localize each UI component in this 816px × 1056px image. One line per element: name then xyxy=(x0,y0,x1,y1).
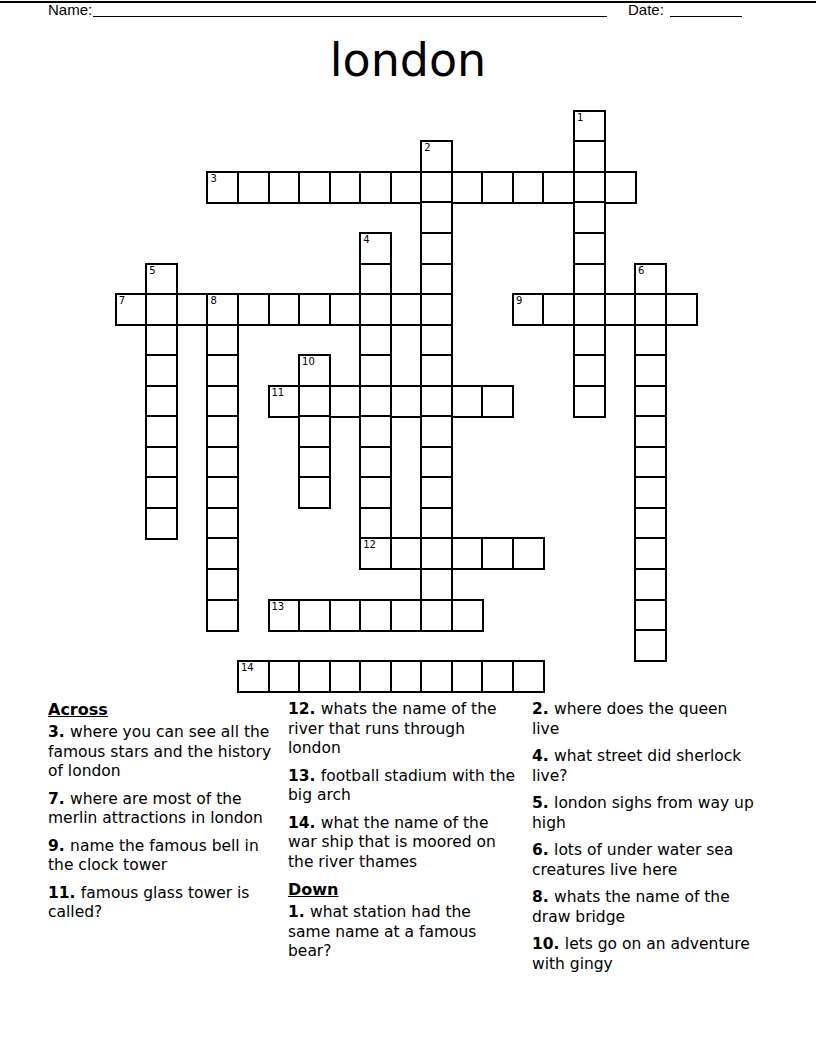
clue-13-across: 13. football stadium with the big arch xyxy=(288,767,516,806)
grid-cell-r7c3[interactable] xyxy=(206,324,239,357)
grid-cell-r7c17[interactable] xyxy=(634,324,667,357)
grid-cell-r4c15[interactable] xyxy=(573,232,606,265)
clue-column-1: Across3. where you can see all the famou… xyxy=(48,700,288,982)
clue-9-across: 9. name the famous bell in the clock tow… xyxy=(48,837,274,876)
grid-cell-r11c3[interactable] xyxy=(206,446,239,479)
clue-number: 8. xyxy=(532,888,554,906)
clue-14-across: 14. what the name of the war ship that i… xyxy=(288,814,516,873)
grid-cell-r8c3[interactable] xyxy=(206,354,239,387)
clue-6-down: 6. lots of under water sea creatures liv… xyxy=(532,841,758,880)
grid-cell-r9c15[interactable] xyxy=(573,385,606,418)
clue-number: 5. xyxy=(532,794,554,812)
clue-area: Across3. where you can see all the famou… xyxy=(48,700,764,982)
grid-cell-r2c11[interactable] xyxy=(451,171,484,204)
grid-cell-r18c7[interactable] xyxy=(329,660,362,693)
grid-cell-r15c3[interactable] xyxy=(206,568,239,601)
grid-cell-r6c18[interactable] xyxy=(665,293,698,326)
grid-cell-r8c15[interactable] xyxy=(573,354,606,387)
cell-number: 1 xyxy=(577,112,583,123)
clue-number: 7. xyxy=(48,790,70,808)
grid-cell-r2c4[interactable] xyxy=(237,171,270,204)
grid-cell-r14c17[interactable] xyxy=(634,537,667,570)
grid-cell-r15c17[interactable] xyxy=(634,568,667,601)
grid-cell-r7c1[interactable] xyxy=(145,324,178,357)
grid-cell-r6c14[interactable] xyxy=(542,293,575,326)
grid-cell-r8c10[interactable] xyxy=(420,354,453,387)
grid-cell-r14c12[interactable] xyxy=(481,537,514,570)
grid-cell-r16c8[interactable] xyxy=(359,599,392,632)
grid-cell-r10c6[interactable] xyxy=(298,415,331,448)
grid-cell-r12c1[interactable] xyxy=(145,476,178,509)
grid-cell-r18c6[interactable] xyxy=(298,660,331,693)
clue-5-down: 5. london sighs from way up high xyxy=(532,794,758,833)
clue-number: 14. xyxy=(288,814,321,832)
grid-cell-r9c1[interactable] xyxy=(145,385,178,418)
grid-cell-r6c2[interactable] xyxy=(176,293,209,326)
grid-cell-r11c8[interactable] xyxy=(359,446,392,479)
grid-cell-r16c11[interactable] xyxy=(451,599,484,632)
cell-number: 11 xyxy=(272,387,285,398)
grid-cell-r8c6[interactable]: 10 xyxy=(298,354,331,387)
clue-7-across: 7. where are most of the merlin attracti… xyxy=(48,790,274,829)
grid-cell-r10c10[interactable] xyxy=(420,415,453,448)
clue-number: 9. xyxy=(48,837,70,855)
grid-cell-r13c10[interactable] xyxy=(420,507,453,540)
grid-cell-r12c17[interactable] xyxy=(634,476,667,509)
grid-cell-r18c9[interactable] xyxy=(390,660,423,693)
grid-cell-r16c7[interactable] xyxy=(329,599,362,632)
grid-cell-r9c7[interactable] xyxy=(329,385,362,418)
grid-cell-r18c10[interactable] xyxy=(420,660,453,693)
grid-cell-r18c5[interactable] xyxy=(268,660,301,693)
grid-cell-r10c1[interactable] xyxy=(145,415,178,448)
grid-cell-r4c8[interactable]: 4 xyxy=(359,232,392,265)
grid-cell-r13c1[interactable] xyxy=(145,507,178,540)
clue-11-across: 11. famous glass tower is called? xyxy=(48,884,274,923)
clue-8-down: 8. whats the name of the draw bridge xyxy=(532,888,758,927)
grid-cell-r5c1[interactable]: 5 xyxy=(145,263,178,296)
grid-cell-r14c13[interactable] xyxy=(512,537,545,570)
grid-cell-r8c8[interactable] xyxy=(359,354,392,387)
grid-cell-r2c13[interactable] xyxy=(512,171,545,204)
grid-cell-r4c10[interactable] xyxy=(420,232,453,265)
grid-cell-r16c5[interactable]: 13 xyxy=(268,599,301,632)
grid-cell-r16c10[interactable] xyxy=(420,599,453,632)
grid-cell-r13c3[interactable] xyxy=(206,507,239,540)
grid-cell-r0c15[interactable]: 1 xyxy=(573,110,606,143)
grid-cell-r5c15[interactable] xyxy=(573,263,606,296)
grid-cell-r18c12[interactable] xyxy=(481,660,514,693)
grid-cell-r17c17[interactable] xyxy=(634,629,667,662)
cell-number: 7 xyxy=(119,295,125,306)
cell-number: 5 xyxy=(149,265,155,276)
grid-cell-r5c10[interactable] xyxy=(420,263,453,296)
grid-cell-r5c8[interactable] xyxy=(359,263,392,296)
grid-cell-r16c17[interactable] xyxy=(634,599,667,632)
grid-cell-r2c3[interactable]: 3 xyxy=(206,171,239,204)
grid-cell-r9c8[interactable] xyxy=(359,385,392,418)
grid-cell-r14c10[interactable] xyxy=(420,537,453,570)
grid-cell-r11c6[interactable] xyxy=(298,446,331,479)
grid-cell-r2c9[interactable] xyxy=(390,171,423,204)
worksheet-page: Name: Date: london 1234567891011121314 A… xyxy=(0,0,816,1056)
grid-cell-r6c4[interactable] xyxy=(237,293,270,326)
grid-cell-r8c17[interactable] xyxy=(634,354,667,387)
grid-cell-r6c16[interactable] xyxy=(604,293,637,326)
grid-cell-r18c4[interactable]: 14 xyxy=(237,660,270,693)
clue-10-down: 10. lets go on an adventure with gingy xyxy=(532,935,758,974)
clue-1-down: 1. what station had the same name at a f… xyxy=(288,903,516,962)
grid-cell-r9c3[interactable] xyxy=(206,385,239,418)
across-heading: Across xyxy=(48,700,274,720)
grid-cell-r11c17[interactable] xyxy=(634,446,667,479)
grid-cell-r16c6[interactable] xyxy=(298,599,331,632)
clue-number: 3. xyxy=(48,723,70,741)
grid-cell-r10c17[interactable] xyxy=(634,415,667,448)
grid-cell-r9c6[interactable] xyxy=(298,385,331,418)
grid-cell-r10c8[interactable] xyxy=(359,415,392,448)
grid-cell-r2c6[interactable] xyxy=(298,171,331,204)
clue-number: 11. xyxy=(48,884,81,902)
grid-cell-r15c10[interactable] xyxy=(420,568,453,601)
grid-cell-r5c17[interactable]: 6 xyxy=(634,263,667,296)
clue-2-down: 2. where does the queen live xyxy=(532,700,758,739)
clue-3-across: 3. where you can see all the famous star… xyxy=(48,723,274,782)
grid-cell-r2c5[interactable] xyxy=(268,171,301,204)
clue-number: 12. xyxy=(288,700,321,718)
grid-cell-r2c7[interactable] xyxy=(329,171,362,204)
grid-cell-r2c8[interactable] xyxy=(359,171,392,204)
grid-cell-r6c5[interactable] xyxy=(268,293,301,326)
grid-cell-r1c15[interactable] xyxy=(573,140,606,173)
grid-cell-r6c9[interactable] xyxy=(390,293,423,326)
down-heading: Down xyxy=(288,880,516,900)
cell-number: 10 xyxy=(302,356,315,367)
grid-cell-r3c10[interactable] xyxy=(420,201,453,234)
grid-cell-r1c10[interactable]: 2 xyxy=(420,140,453,173)
grid-cell-r2c12[interactable] xyxy=(481,171,514,204)
clue-number: 2. xyxy=(532,700,554,718)
grid-cell-r18c11[interactable] xyxy=(451,660,484,693)
clue-column-2: 12. whats the name of the river that run… xyxy=(288,700,532,982)
grid-cell-r18c8[interactable] xyxy=(359,660,392,693)
grid-cell-r3c15[interactable] xyxy=(573,201,606,234)
grid-cell-r16c9[interactable] xyxy=(390,599,423,632)
grid-cell-r11c10[interactable] xyxy=(420,446,453,479)
cell-number: 3 xyxy=(210,173,216,184)
grid-cell-r6c7[interactable] xyxy=(329,293,362,326)
grid-cell-r16c3[interactable] xyxy=(206,599,239,632)
grid-cell-r12c8[interactable] xyxy=(359,476,392,509)
clue-number: 13. xyxy=(288,767,321,785)
grid-cell-r6c15[interactable] xyxy=(573,293,606,326)
grid-cell-r6c13[interactable]: 9 xyxy=(512,293,545,326)
grid-cell-r7c8[interactable] xyxy=(359,324,392,357)
grid-cell-r14c8[interactable]: 12 xyxy=(359,537,392,570)
grid-cell-r18c13[interactable] xyxy=(512,660,545,693)
grid-cell-r12c10[interactable] xyxy=(420,476,453,509)
clue-column-3: 2. where does the queen live4. what stre… xyxy=(532,700,764,982)
cell-number: 6 xyxy=(638,265,644,276)
cell-number: 9 xyxy=(516,295,522,306)
grid-cell-r9c12[interactable] xyxy=(481,385,514,418)
grid-cell-r9c9[interactable] xyxy=(390,385,423,418)
clue-number: 6. xyxy=(532,841,554,859)
grid-cell-r2c14[interactable] xyxy=(542,171,575,204)
grid-cell-r6c17[interactable] xyxy=(634,293,667,326)
grid-cell-r6c3[interactable]: 8 xyxy=(206,293,239,326)
grid-cell-r12c6[interactable] xyxy=(298,476,331,509)
grid-cell-r12c3[interactable] xyxy=(206,476,239,509)
grid-cell-r8c1[interactable] xyxy=(145,354,178,387)
clue-number: 1. xyxy=(288,903,310,921)
cell-number: 13 xyxy=(272,601,285,612)
grid-cell-r9c5[interactable]: 11 xyxy=(268,385,301,418)
clue-4-down: 4. what street did sherlock live? xyxy=(532,747,758,786)
grid-cell-r9c11[interactable] xyxy=(451,385,484,418)
grid-cell-r14c9[interactable] xyxy=(390,537,423,570)
grid-cell-r6c10[interactable] xyxy=(420,293,453,326)
grid-cell-r14c11[interactable] xyxy=(451,537,484,570)
grid-cell-r7c10[interactable] xyxy=(420,324,453,357)
clue-number: 4. xyxy=(532,747,554,765)
cell-number: 2 xyxy=(424,142,430,153)
grid-cell-r2c15[interactable] xyxy=(573,171,606,204)
cell-number: 14 xyxy=(241,662,254,673)
grid-cell-r13c17[interactable] xyxy=(634,507,667,540)
grid-cell-r9c10[interactable] xyxy=(420,385,453,418)
clue-number: 10. xyxy=(532,935,565,953)
grid-cell-r2c16[interactable] xyxy=(604,171,637,204)
grid-cell-r6c0[interactable]: 7 xyxy=(115,293,148,326)
grid-cell-r7c15[interactable] xyxy=(573,324,606,357)
grid-cell-r6c8[interactable] xyxy=(359,293,392,326)
grid-cell-r2c10[interactable] xyxy=(420,171,453,204)
clue-12-across: 12. whats the name of the river that run… xyxy=(288,700,516,759)
cell-number: 12 xyxy=(363,539,376,550)
grid-cell-r11c1[interactable] xyxy=(145,446,178,479)
grid-cell-r14c3[interactable] xyxy=(206,537,239,570)
cell-number: 8 xyxy=(210,295,216,306)
cell-number: 4 xyxy=(363,234,369,245)
grid-cell-r6c6[interactable] xyxy=(298,293,331,326)
grid-cell-r6c1[interactable] xyxy=(145,293,178,326)
grid-cell-r10c3[interactable] xyxy=(206,415,239,448)
grid-cell-r9c17[interactable] xyxy=(634,385,667,418)
grid-cell-r13c8[interactable] xyxy=(359,507,392,540)
